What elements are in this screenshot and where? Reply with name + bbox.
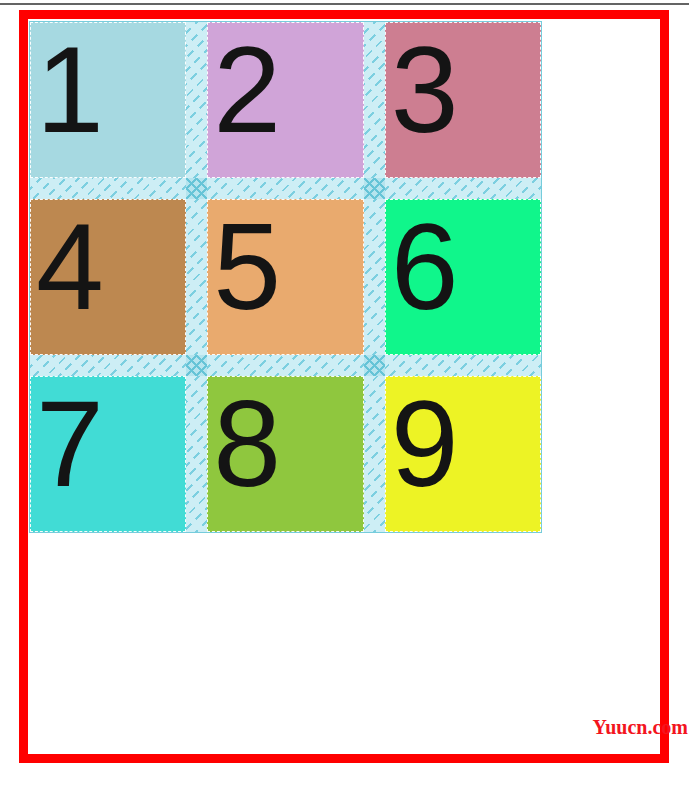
watermark-text: Yuucn.com	[593, 716, 688, 739]
grid-cell-9: 9	[385, 376, 541, 532]
grid-cell-4: 4	[30, 199, 186, 355]
grid-cell-7: 7	[30, 376, 186, 532]
grid-cell-1: 1	[30, 22, 186, 178]
page: 1 2 3 4 5 6 7 8 9 Yuucn.com	[0, 0, 689, 785]
grid-cell-5: 5	[207, 199, 363, 355]
cell-number: 1	[30, 22, 186, 159]
cell-number: 2	[207, 22, 363, 159]
top-divider	[0, 3, 689, 5]
cell-number: 9	[385, 376, 541, 513]
grid-cell-8: 8	[207, 376, 363, 532]
cell-number: 4	[30, 199, 186, 336]
grid-cell-2: 2	[207, 22, 363, 178]
grid-container: 1 2 3 4 5 6 7 8 9	[30, 22, 541, 532]
grid-cell-3: 3	[385, 22, 541, 178]
cell-number: 3	[385, 22, 541, 159]
grid-cell-6: 6	[385, 199, 541, 355]
gap-intersection	[364, 355, 385, 376]
cell-number: 6	[385, 199, 541, 336]
gap-intersection	[364, 178, 385, 199]
cell-number: 8	[207, 376, 363, 513]
gap-intersection	[186, 178, 207, 199]
cell-number: 5	[207, 199, 363, 336]
cell-number: 7	[30, 376, 186, 513]
gap-intersection	[186, 355, 207, 376]
